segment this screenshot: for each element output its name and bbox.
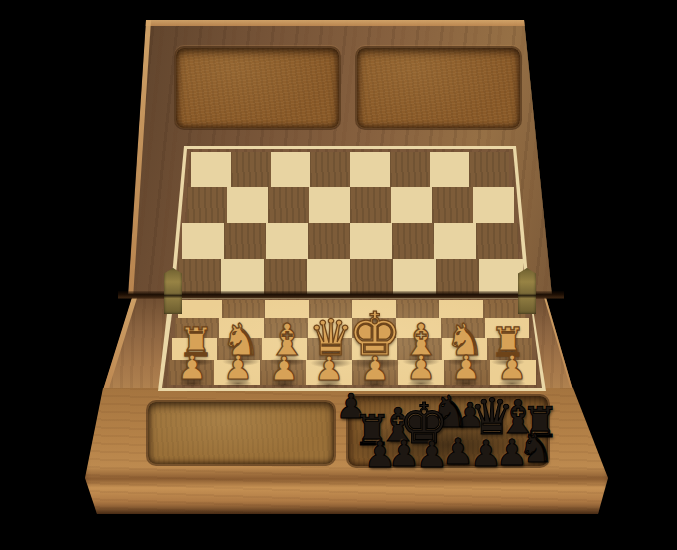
board-square <box>227 187 268 223</box>
board-square <box>308 223 350 259</box>
lid-top-bevel <box>144 20 546 26</box>
white-p-c1: ♟ <box>268 352 301 385</box>
board-square <box>224 223 266 259</box>
board-square <box>432 187 473 223</box>
board-square <box>178 300 222 318</box>
board-square <box>392 223 434 259</box>
white-p-h1: ♟ <box>496 351 529 384</box>
board-square <box>391 187 432 223</box>
white-p-e1: ♟ <box>359 352 392 385</box>
board-square <box>309 187 350 223</box>
board-square <box>266 223 308 259</box>
board-square <box>430 152 470 187</box>
base-compartment-left <box>148 402 334 464</box>
black-p-tray: ♟ <box>414 437 450 473</box>
lower-leaf-right-bevel <box>543 293 576 391</box>
white-p-d1: ♟ <box>313 352 346 385</box>
board-square <box>476 223 518 259</box>
board-square <box>191 152 231 187</box>
black-p-tray: ♟ <box>468 436 504 472</box>
black-p-tray: ♟ <box>362 437 398 473</box>
white-p-a1: ♟ <box>176 351 209 384</box>
board-square <box>271 152 311 187</box>
brass-hinge-right <box>518 268 536 314</box>
lid-compartment-right <box>357 48 520 128</box>
lower-leaf-left-bevel <box>103 294 138 392</box>
board-row <box>182 223 518 259</box>
board-square <box>350 223 392 259</box>
brass-hinge-left <box>164 268 182 314</box>
board-square <box>350 152 390 187</box>
board-row <box>191 152 509 187</box>
hinge-line <box>118 291 564 299</box>
board-row <box>187 187 514 223</box>
board-square <box>187 187 228 223</box>
white-p-f1: ♟ <box>405 351 438 384</box>
board-square <box>350 187 391 223</box>
lid-compartment-left <box>176 48 339 128</box>
white-p-g1: ♟ <box>450 351 483 384</box>
board-square <box>473 187 514 223</box>
board-square <box>469 152 509 187</box>
chess-box-photo: ♜♞♝♝♞♜♛♚♟♟♟♟♟♟♟♟♟♟♞♝♛♜♝♜♚♞♟♟♟♟♟♟ <box>0 0 677 550</box>
board-square <box>390 152 430 187</box>
white-p-b1: ♟ <box>222 351 255 384</box>
lid-right-bevel <box>524 19 557 296</box>
board-square <box>231 152 271 187</box>
board-square <box>182 223 224 259</box>
lid-left-bevel <box>128 20 151 298</box>
board-square <box>268 187 309 223</box>
board-square <box>434 223 476 259</box>
board-square <box>310 152 350 187</box>
